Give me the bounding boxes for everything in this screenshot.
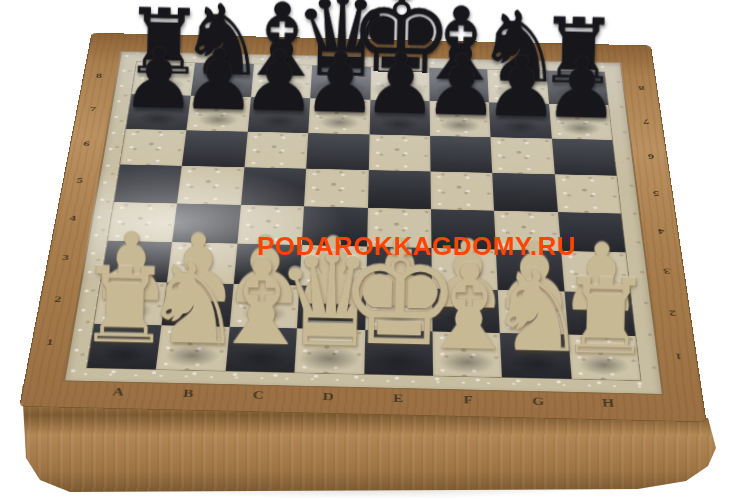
piece-shadow [256,78,306,96]
chess-set-photo: ♜♞♝♛♚♝♞♜♟♟♟♟♟♟♟♟♟♟♟♟♟♟♟♟♜♞♝♛♚♝♞♜ ABCDEFG… [0,0,750,500]
piece-shadow [576,311,623,330]
piece-shadow [560,120,602,135]
piece-shadow [434,82,483,100]
piece-shadow [443,308,488,327]
chess-board-plane: ♜♞♝♛♚♝♞♜♟♟♟♟♟♟♟♟♟♟♟♟♟♟♟♟♜♞♝♛♚♝♞♜ ABCDEFG… [20,33,705,421]
piece-shadow [510,310,556,329]
piece-shadow [318,114,359,129]
piece-shadow [173,302,220,321]
piece-shadow [499,118,540,133]
piece-shadow [555,85,600,101]
piece-black-knight-b8: ♞ [156,0,289,90]
piece-black-knight-g8: ♞ [452,0,585,97]
piece-shadow [241,304,287,323]
piece-shadow [136,110,178,125]
piece-shadow [258,113,299,128]
piece-shadow [508,351,564,374]
piece-shadow [140,76,185,92]
piece-black-rook-a8: ♜ [96,0,229,88]
piece-shadow [379,116,419,131]
piece-shadow [308,305,353,324]
piece-shadow [494,83,542,100]
watermark-text: PODAROKKAGDOMY.RU [257,231,576,262]
piece-shadow [106,301,153,320]
piece-shadow [197,77,245,94]
piece-shadow [371,79,428,100]
piece-shadow [439,117,480,132]
piece-white-pawn-a2: ♟ [55,218,206,315]
piece-shadow [376,307,421,326]
piece-shadow [313,78,367,98]
piece-black-rook-h8: ♜ [512,5,645,98]
